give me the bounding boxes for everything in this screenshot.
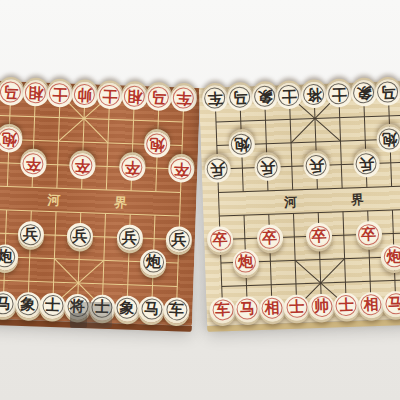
piece-character: 士 [331,86,347,102]
piece-character: 马 [381,85,397,101]
piece-red-horse[interactable]: 马 [234,296,261,323]
board-grid-lines [199,80,400,326]
piece-character: 卒 [75,158,91,174]
piece-character: 炮 [0,249,13,265]
piece-character: 象 [119,300,135,316]
piece-black-soldier[interactable]: 兵 [353,150,380,177]
piece-black-elephant[interactable]: 象 [15,291,42,318]
piece-red-elephant[interactable]: 相 [22,80,49,107]
river-label-jie: 界 [351,193,364,206]
piece-character: 相 [363,297,379,313]
piece-character: 马 [144,301,160,317]
piece-character: 马 [3,85,19,101]
piece-character: 车 [215,302,231,318]
piece-red-cannon[interactable]: 炮 [381,243,400,270]
piece-character: 卒 [174,161,190,177]
river-label-jie: 界 [114,195,127,208]
piece-character: 士 [338,298,354,314]
piece-character: 炮 [150,137,166,153]
piece-character: 马 [151,90,167,106]
piece-character: 车 [176,91,192,107]
photo-canvas: 河界车马相士帅士相马车炮炮卒卒卒卒卒兵兵兵兵兵炮炮车马象士将士象马车 河界车马象… [0,0,400,400]
piece-red-soldier[interactable]: 卒 [19,150,46,177]
piece-red-elephant[interactable]: 相 [121,83,148,110]
piece-character: 帅 [314,299,330,315]
piece-red-soldier[interactable]: 卒 [118,154,145,181]
piece-character: 象 [20,297,36,313]
piece-character: 士 [45,298,61,314]
piece-red-general[interactable]: 帅 [308,293,335,320]
piece-red-elephant[interactable]: 相 [259,295,286,322]
piece-character: 马 [388,296,400,312]
board-grid-lines [0,80,200,326]
piece-black-soldier[interactable]: 兵 [17,221,44,248]
piece-red-soldier[interactable]: 卒 [256,224,283,251]
piece-character: 兵 [122,230,138,246]
piece-black-soldier[interactable]: 兵 [204,156,231,183]
piece-red-soldier[interactable]: 卒 [355,221,382,248]
piece-black-soldier[interactable]: 兵 [303,152,330,179]
piece-red-soldier[interactable]: 卒 [69,152,96,179]
piece-character: 士 [102,88,118,104]
piece-character: 车 [169,302,185,318]
piece-character: 卒 [262,230,278,246]
piece-black-soldier[interactable]: 兵 [254,154,281,181]
piece-character: 兵 [309,158,325,174]
piece-character: 炮 [234,137,250,153]
piece-black-horse[interactable]: 马 [375,79,400,106]
piece-character: 兵 [23,226,39,242]
piece-red-soldier[interactable]: 卒 [168,156,195,183]
piece-character: 炮 [238,254,254,270]
piece-red-chariot[interactable]: 车 [209,296,236,323]
river-label-he: 河 [284,195,297,208]
piece-character: 卒 [25,156,41,172]
piece-character: 兵 [259,159,275,175]
piece-character: 炮 [146,254,162,270]
piece-black-elephant[interactable]: 象 [251,83,278,110]
piece-character: 卒 [124,159,140,175]
piece-character: 士 [289,300,305,316]
river-label-he: 河 [47,193,60,206]
piece-character: 相 [127,89,143,105]
piece-character: 将 [306,87,322,103]
piece-character: 马 [0,296,11,312]
piece-red-elephant[interactable]: 相 [358,291,385,318]
piece-character: 相 [28,86,44,102]
piece-character: 炮 [1,132,17,148]
piece-character: 象 [257,89,273,105]
piece-character: 帅 [77,87,93,103]
xiangqi-board-right-light: 河界车马象士将士象马车炮炮兵兵兵兵兵卒卒卒卒卒炮炮车马相士帅士相马车 [199,80,400,332]
piece-character: 卒 [212,232,228,248]
watermark-inner-square [70,313,87,328]
piece-red-cannon[interactable]: 炮 [232,249,259,276]
piece-black-elephant[interactable]: 象 [350,80,377,107]
piece-black-elephant[interactable]: 象 [114,295,141,322]
piece-character: 卒 [361,226,377,242]
watermark-overlay [70,302,112,328]
piece-red-advisor[interactable]: 士 [333,292,360,319]
piece-character: 炮 [386,249,400,265]
piece-black-soldier[interactable]: 兵 [116,224,143,251]
piece-character: 兵 [171,232,187,248]
piece-character: 兵 [72,228,88,244]
piece-character: 象 [356,86,372,102]
piece-character: 车 [207,91,223,107]
piece-character: 士 [52,86,68,102]
piece-character: 兵 [210,161,226,177]
piece-character: 炮 [382,132,398,148]
piece-black-chariot[interactable]: 车 [163,296,190,323]
piece-character: 马 [232,90,248,106]
piece-character: 士 [282,88,298,104]
piece-black-cannon[interactable]: 炮 [377,126,400,153]
piece-character: 卒 [311,228,327,244]
xiangqi-board-left-dark: 河界车马相士帅士相马车炮炮卒卒卒卒卒兵兵兵兵兵炮炮车马象士将士象马车 [0,80,200,332]
piece-character: 马 [240,301,256,317]
piece-character: 兵 [358,156,374,172]
piece-character: 相 [264,300,280,316]
